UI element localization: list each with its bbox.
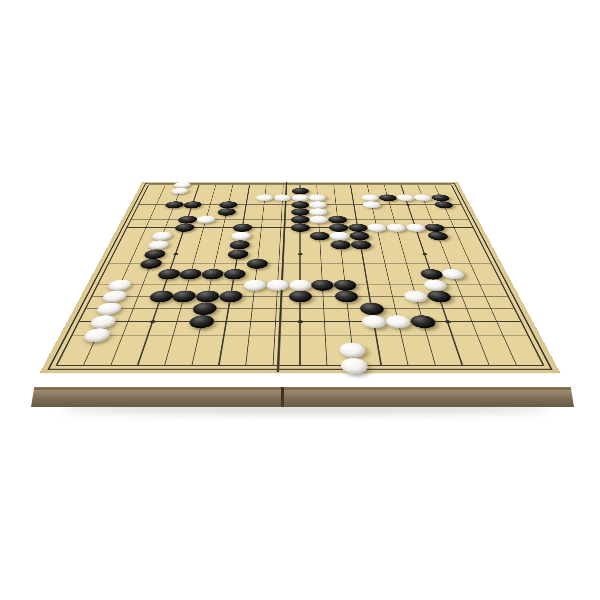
- go-board: [39, 182, 560, 374]
- black-stone: [329, 224, 349, 232]
- black-stone: [427, 232, 450, 240]
- white-stone: [361, 194, 380, 201]
- black-stone: [359, 303, 384, 315]
- black-stone: [291, 216, 310, 224]
- white-stone: [101, 291, 129, 303]
- white-stone: [367, 224, 388, 232]
- white-stone: [362, 201, 381, 208]
- hoshi-point: [298, 253, 303, 255]
- black-stone: [200, 269, 224, 279]
- black-stone: [291, 208, 309, 215]
- black-stone: [164, 201, 184, 208]
- white-stone: [413, 194, 433, 201]
- white-stone: [95, 303, 124, 315]
- black-stone: [348, 224, 368, 232]
- black-stone: [311, 280, 334, 291]
- black-stone: [171, 291, 197, 303]
- grid-line: [451, 185, 544, 366]
- black-stone: [289, 291, 312, 303]
- white-stone: [386, 224, 407, 232]
- black-stone: [148, 291, 175, 303]
- white-stone: [147, 240, 170, 249]
- hoshi-point: [422, 253, 427, 255]
- black-stone: [291, 201, 309, 208]
- black-stone: [334, 280, 357, 291]
- grid-line: [85, 308, 514, 309]
- black-stone: [419, 269, 444, 279]
- white-stone: [340, 358, 368, 374]
- black-stone: [292, 188, 309, 194]
- white-stone: [106, 280, 133, 291]
- black-stone: [310, 232, 330, 240]
- hoshi-point: [297, 320, 302, 323]
- hoshi-point: [405, 204, 410, 206]
- black-stone: [433, 201, 454, 208]
- board-ground-shadow: [60, 404, 550, 414]
- black-stone: [349, 232, 370, 240]
- white-stone: [329, 232, 349, 240]
- white-stone: [309, 201, 327, 208]
- black-stone: [426, 291, 453, 303]
- white-stone: [266, 280, 289, 291]
- hoshi-point: [149, 320, 155, 323]
- white-stone: [173, 182, 192, 188]
- white-stone: [309, 208, 327, 215]
- black-stone: [246, 259, 268, 269]
- black-stone: [227, 249, 249, 258]
- product-photo-stage: [0, 0, 600, 600]
- white-stone: [441, 269, 467, 279]
- black-stone: [350, 240, 371, 249]
- black-stone: [430, 194, 450, 201]
- white-stone: [243, 280, 266, 291]
- black-stone: [195, 291, 220, 303]
- grid-line: [108, 263, 492, 264]
- white-stone: [422, 280, 448, 291]
- black-stone: [328, 216, 347, 224]
- black-stone: [177, 216, 198, 224]
- white-stone: [256, 194, 274, 201]
- board-perspective-wrapper: [104, 74, 497, 434]
- black-stone: [378, 194, 397, 201]
- black-stone: [424, 224, 446, 232]
- white-stone: [339, 343, 366, 358]
- grid-line: [56, 365, 544, 366]
- hoshi-point: [444, 320, 450, 323]
- white-stone: [289, 280, 311, 291]
- black-stone: [219, 201, 238, 208]
- perspective-container: [104, 74, 497, 434]
- white-stone: [403, 291, 429, 303]
- white-stone: [309, 194, 327, 201]
- black-stone: [143, 249, 167, 258]
- white-stone: [81, 328, 112, 342]
- white-stone: [230, 232, 251, 240]
- black-stone: [191, 303, 217, 315]
- white-stone: [396, 194, 415, 201]
- white-stone: [88, 315, 118, 328]
- black-stone: [290, 224, 309, 232]
- white-stone: [151, 232, 174, 240]
- grid-line: [72, 335, 529, 336]
- black-stone: [217, 208, 237, 215]
- white-stone: [196, 216, 217, 224]
- black-stone: [330, 240, 351, 249]
- white-stone: [405, 224, 427, 232]
- black-stone: [409, 315, 437, 328]
- black-stone: [229, 240, 250, 249]
- white-stone: [170, 188, 189, 194]
- white-stone: [309, 216, 328, 224]
- black-stone: [188, 315, 215, 328]
- white-stone: [385, 315, 412, 328]
- black-stone: [174, 224, 196, 232]
- board-edge-bevel: [31, 387, 574, 390]
- black-stone: [156, 269, 181, 279]
- white-stone: [291, 194, 308, 201]
- grid-line: [64, 350, 536, 351]
- black-stone: [138, 259, 163, 269]
- white-stone: [361, 315, 387, 328]
- black-stone: [334, 291, 358, 303]
- black-stone: [182, 201, 202, 208]
- hoshi-point: [173, 253, 178, 255]
- black-stone: [218, 291, 243, 303]
- black-stone: [232, 224, 252, 232]
- black-stone: [178, 269, 202, 279]
- white-stone: [274, 194, 292, 201]
- black-stone: [223, 269, 246, 279]
